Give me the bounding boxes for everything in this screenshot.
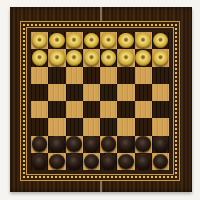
dark-checker[interactable] [118, 136, 134, 152]
square-r4c3[interactable] [66, 84, 83, 101]
square-r7c2[interactable] [48, 136, 65, 153]
square-r3c8[interactable] [152, 67, 169, 84]
square-r7c7[interactable] [135, 136, 152, 153]
dark-checker[interactable] [101, 154, 117, 170]
square-r1c5[interactable] [100, 32, 117, 49]
gold-checker[interactable] [32, 50, 48, 66]
square-r1c3[interactable] [66, 32, 83, 49]
gold-checker[interactable] [101, 50, 117, 66]
square-r1c7[interactable] [135, 32, 152, 49]
square-r7c3[interactable] [66, 136, 83, 153]
square-r2c5[interactable] [100, 49, 117, 66]
dark-checker[interactable] [32, 154, 48, 170]
gold-checker[interactable] [118, 50, 134, 66]
square-r6c5[interactable] [100, 118, 117, 135]
square-r5c4[interactable] [83, 101, 100, 118]
square-r1c2[interactable] [48, 32, 65, 49]
dark-checker[interactable] [135, 136, 151, 152]
dark-checker[interactable] [84, 154, 100, 170]
square-r2c6[interactable] [117, 49, 134, 66]
square-r8c6[interactable] [117, 153, 134, 170]
square-r2c2[interactable] [48, 49, 65, 66]
gold-checker[interactable] [84, 50, 100, 66]
product-photo [0, 0, 200, 200]
square-r3c3[interactable] [66, 67, 83, 84]
square-r4c2[interactable] [48, 84, 65, 101]
square-r6c6[interactable] [117, 118, 134, 135]
gold-checker[interactable] [32, 33, 48, 49]
gold-checker[interactable] [118, 33, 134, 49]
square-r8c7[interactable] [135, 153, 152, 170]
square-r4c4[interactable] [83, 84, 100, 101]
square-r8c4[interactable] [83, 153, 100, 170]
square-r6c1[interactable] [31, 118, 48, 135]
square-r7c4[interactable] [83, 136, 100, 153]
square-r1c1[interactable] [31, 32, 48, 49]
checkerboard-grid [31, 32, 169, 170]
gold-checker[interactable] [66, 33, 82, 49]
dark-checker[interactable] [84, 136, 100, 152]
square-r4c8[interactable] [152, 84, 169, 101]
square-r7c1[interactable] [31, 136, 48, 153]
dark-checker[interactable] [66, 136, 82, 152]
square-r6c2[interactable] [48, 118, 65, 135]
dark-checker[interactable] [49, 154, 65, 170]
gold-checker[interactable] [135, 33, 151, 49]
gold-checker[interactable] [66, 50, 82, 66]
square-r5c3[interactable] [66, 101, 83, 118]
square-r6c4[interactable] [83, 118, 100, 135]
square-r2c1[interactable] [31, 49, 48, 66]
square-r1c6[interactable] [117, 32, 134, 49]
square-r8c8[interactable] [152, 153, 169, 170]
square-r3c7[interactable] [135, 67, 152, 84]
square-r5c7[interactable] [135, 101, 152, 118]
square-r2c7[interactable] [135, 49, 152, 66]
dark-checker[interactable] [153, 154, 169, 170]
gold-checker[interactable] [135, 50, 151, 66]
gold-checker[interactable] [84, 33, 100, 49]
square-r5c8[interactable] [152, 101, 169, 118]
square-r3c5[interactable] [100, 67, 117, 84]
square-r8c1[interactable] [31, 153, 48, 170]
square-r3c6[interactable] [117, 67, 134, 84]
square-r6c7[interactable] [135, 118, 152, 135]
square-r2c3[interactable] [66, 49, 83, 66]
inlay-inner-border [26, 27, 174, 175]
square-r8c3[interactable] [66, 153, 83, 170]
gold-checker[interactable] [153, 33, 169, 49]
gold-checker[interactable] [101, 33, 117, 49]
square-r4c1[interactable] [31, 84, 48, 101]
dark-checker[interactable] [66, 154, 82, 170]
dark-checker[interactable] [101, 136, 117, 152]
dark-checker[interactable] [32, 136, 48, 152]
square-r5c2[interactable] [48, 101, 65, 118]
square-r4c6[interactable] [117, 84, 134, 101]
gold-checker[interactable] [153, 50, 169, 66]
square-r6c8[interactable] [152, 118, 169, 135]
square-r1c4[interactable] [83, 32, 100, 49]
square-r2c4[interactable] [83, 49, 100, 66]
square-r7c8[interactable] [152, 136, 169, 153]
dark-checker[interactable] [49, 136, 65, 152]
dark-checker[interactable] [153, 136, 169, 152]
square-r8c2[interactable] [48, 153, 65, 170]
checkers-board [10, 7, 192, 192]
inlay-border [20, 21, 180, 181]
square-r5c6[interactable] [117, 101, 134, 118]
square-r8c5[interactable] [100, 153, 117, 170]
dark-checker[interactable] [135, 154, 151, 170]
dark-checker[interactable] [118, 154, 134, 170]
gold-checker[interactable] [49, 50, 65, 66]
square-r1c8[interactable] [152, 32, 169, 49]
square-r7c5[interactable] [100, 136, 117, 153]
square-r3c1[interactable] [31, 67, 48, 84]
square-r5c5[interactable] [100, 101, 117, 118]
square-r3c2[interactable] [48, 67, 65, 84]
square-r2c8[interactable] [152, 49, 169, 66]
square-r3c4[interactable] [83, 67, 100, 84]
square-r7c6[interactable] [117, 136, 134, 153]
square-r5c1[interactable] [31, 101, 48, 118]
square-r4c5[interactable] [100, 84, 117, 101]
square-r6c3[interactable] [66, 118, 83, 135]
square-r4c7[interactable] [135, 84, 152, 101]
gold-checker[interactable] [49, 33, 65, 49]
